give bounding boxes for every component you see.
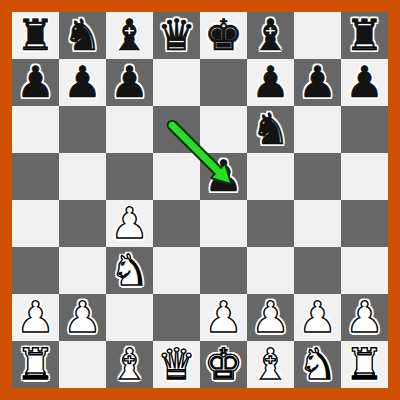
black-pawn-f7[interactable]: ♟ bbox=[251, 59, 290, 106]
black-pawn-g7[interactable]: ♟ bbox=[298, 59, 337, 106]
square-b6[interactable] bbox=[59, 106, 106, 153]
black-pawn-c7[interactable]: ♟ bbox=[110, 59, 149, 106]
white-pawn-a2[interactable]: ♟ bbox=[16, 294, 55, 341]
square-h3[interactable] bbox=[341, 247, 388, 294]
black-bishop-f8[interactable]: ♝ bbox=[251, 12, 290, 59]
square-e3[interactable] bbox=[200, 247, 247, 294]
white-bishop-c1[interactable]: ♝ bbox=[110, 341, 149, 388]
square-h5[interactable] bbox=[341, 153, 388, 200]
black-knight-f6[interactable]: ♞ bbox=[251, 106, 290, 153]
square-f3[interactable] bbox=[247, 247, 294, 294]
white-pawn-g2[interactable]: ♟ bbox=[298, 294, 337, 341]
square-d4[interactable] bbox=[153, 200, 200, 247]
white-knight-c3[interactable]: ♞ bbox=[110, 247, 149, 294]
square-b4[interactable] bbox=[59, 200, 106, 247]
square-a4[interactable] bbox=[12, 200, 59, 247]
square-f1[interactable]: ♝ bbox=[247, 341, 294, 388]
square-e7[interactable] bbox=[200, 59, 247, 106]
square-g3[interactable] bbox=[294, 247, 341, 294]
square-e2[interactable]: ♟ bbox=[200, 294, 247, 341]
board-frame: ♜♞♝♛♚♝♜♟♟♟♟♟♟♞♟♟♞♟♟♟♟♟♟♜♝♛♚♝♞♜ bbox=[0, 0, 400, 400]
black-pawn-h7[interactable]: ♟ bbox=[345, 59, 384, 106]
black-knight-b8[interactable]: ♞ bbox=[63, 12, 102, 59]
square-g8[interactable] bbox=[294, 12, 341, 59]
black-king-e8[interactable]: ♚ bbox=[204, 12, 243, 59]
square-b2[interactable]: ♟ bbox=[59, 294, 106, 341]
square-g5[interactable] bbox=[294, 153, 341, 200]
square-g1[interactable]: ♞ bbox=[294, 341, 341, 388]
square-d5[interactable] bbox=[153, 153, 200, 200]
square-f7[interactable]: ♟ bbox=[247, 59, 294, 106]
square-d1[interactable]: ♛ bbox=[153, 341, 200, 388]
white-king-e1[interactable]: ♚ bbox=[204, 341, 243, 388]
square-c7[interactable]: ♟ bbox=[106, 59, 153, 106]
square-d8[interactable]: ♛ bbox=[153, 12, 200, 59]
square-b8[interactable]: ♞ bbox=[59, 12, 106, 59]
square-f4[interactable] bbox=[247, 200, 294, 247]
square-b5[interactable] bbox=[59, 153, 106, 200]
white-pawn-e2[interactable]: ♟ bbox=[204, 294, 243, 341]
square-e4[interactable] bbox=[200, 200, 247, 247]
square-c3[interactable]: ♞ bbox=[106, 247, 153, 294]
white-rook-a1[interactable]: ♜ bbox=[16, 341, 55, 388]
square-h4[interactable] bbox=[341, 200, 388, 247]
black-pawn-a7[interactable]: ♟ bbox=[16, 59, 55, 106]
square-h8[interactable]: ♜ bbox=[341, 12, 388, 59]
square-a8[interactable]: ♜ bbox=[12, 12, 59, 59]
square-b3[interactable] bbox=[59, 247, 106, 294]
square-c2[interactable] bbox=[106, 294, 153, 341]
black-queen-d8[interactable]: ♛ bbox=[157, 12, 196, 59]
square-c5[interactable] bbox=[106, 153, 153, 200]
square-h2[interactable]: ♟ bbox=[341, 294, 388, 341]
square-g4[interactable] bbox=[294, 200, 341, 247]
square-c1[interactable]: ♝ bbox=[106, 341, 153, 388]
white-pawn-b2[interactable]: ♟ bbox=[63, 294, 102, 341]
black-rook-h8[interactable]: ♜ bbox=[345, 12, 384, 59]
square-d6[interactable] bbox=[153, 106, 200, 153]
black-pawn-b7[interactable]: ♟ bbox=[63, 59, 102, 106]
square-a6[interactable] bbox=[12, 106, 59, 153]
square-g7[interactable]: ♟ bbox=[294, 59, 341, 106]
black-pawn-e5[interactable]: ♟ bbox=[204, 153, 243, 200]
square-g2[interactable]: ♟ bbox=[294, 294, 341, 341]
square-d3[interactable] bbox=[153, 247, 200, 294]
square-h6[interactable] bbox=[341, 106, 388, 153]
white-bishop-f1[interactable]: ♝ bbox=[251, 341, 290, 388]
square-a3[interactable] bbox=[12, 247, 59, 294]
white-rook-h1[interactable]: ♜ bbox=[345, 341, 384, 388]
square-e8[interactable]: ♚ bbox=[200, 12, 247, 59]
square-f5[interactable] bbox=[247, 153, 294, 200]
square-c6[interactable] bbox=[106, 106, 153, 153]
white-pawn-f2[interactable]: ♟ bbox=[251, 294, 290, 341]
square-b7[interactable]: ♟ bbox=[59, 59, 106, 106]
square-e1[interactable]: ♚ bbox=[200, 341, 247, 388]
square-f6[interactable]: ♞ bbox=[247, 106, 294, 153]
white-pawn-h2[interactable]: ♟ bbox=[345, 294, 384, 341]
square-d2[interactable] bbox=[153, 294, 200, 341]
white-queen-d1[interactable]: ♛ bbox=[157, 341, 196, 388]
square-e6[interactable] bbox=[200, 106, 247, 153]
square-b1[interactable] bbox=[59, 341, 106, 388]
square-g6[interactable] bbox=[294, 106, 341, 153]
black-bishop-c8[interactable]: ♝ bbox=[110, 12, 149, 59]
square-c8[interactable]: ♝ bbox=[106, 12, 153, 59]
square-h7[interactable]: ♟ bbox=[341, 59, 388, 106]
square-h1[interactable]: ♜ bbox=[341, 341, 388, 388]
square-e5[interactable]: ♟ bbox=[200, 153, 247, 200]
square-f2[interactable]: ♟ bbox=[247, 294, 294, 341]
black-rook-a8[interactable]: ♜ bbox=[16, 12, 55, 59]
square-a1[interactable]: ♜ bbox=[12, 341, 59, 388]
white-pawn-c4[interactable]: ♟ bbox=[110, 200, 149, 247]
square-f8[interactable]: ♝ bbox=[247, 12, 294, 59]
square-a7[interactable]: ♟ bbox=[12, 59, 59, 106]
white-knight-g1[interactable]: ♞ bbox=[298, 341, 337, 388]
square-a2[interactable]: ♟ bbox=[12, 294, 59, 341]
chess-board: ♜♞♝♛♚♝♜♟♟♟♟♟♟♞♟♟♞♟♟♟♟♟♟♜♝♛♚♝♞♜ bbox=[12, 12, 388, 388]
square-c4[interactable]: ♟ bbox=[106, 200, 153, 247]
square-a5[interactable] bbox=[12, 153, 59, 200]
square-d7[interactable] bbox=[153, 59, 200, 106]
